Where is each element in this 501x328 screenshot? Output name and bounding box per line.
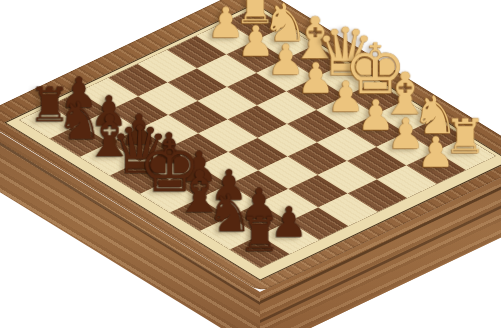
square[interactable]: ♜ bbox=[230, 236, 289, 268]
black-rook[interactable]: ♜ bbox=[239, 211, 281, 258]
chess-set-photo: ♜♞♝♛♚♝♞♜♟♟♟♟♟♟♟♟♟♟♟♟♟♟♟♟♜♞♝♛♚♝♞♜ bbox=[0, 0, 501, 328]
white-pawn[interactable]: ♟ bbox=[417, 132, 455, 174]
